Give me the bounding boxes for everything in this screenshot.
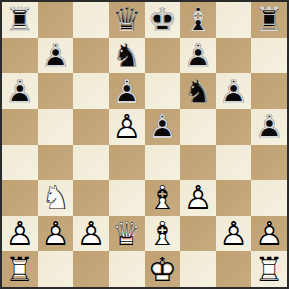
square-d2[interactable]: ♛♕ xyxy=(109,216,145,252)
square-h5[interactable]: ♟♙ xyxy=(251,109,287,145)
square-a4[interactable] xyxy=(2,145,38,181)
piece-outline-layer: ♗ xyxy=(145,216,181,252)
piece-black-king[interactable]: ♚♔ xyxy=(145,2,181,38)
piece-white-rook[interactable]: ♜♖ xyxy=(2,251,38,287)
piece-outline-layer: ♘ xyxy=(38,180,74,216)
piece-outline-layer: ♕ xyxy=(109,216,145,252)
piece-outline-layer: ♖ xyxy=(251,251,287,287)
piece-outline-layer: ♙ xyxy=(109,73,145,109)
square-f4[interactable] xyxy=(180,145,216,181)
piece-outline-layer: ♙ xyxy=(251,109,287,145)
piece-black-pawn[interactable]: ♟♙ xyxy=(109,73,145,109)
square-e2[interactable]: ♝♗ xyxy=(145,216,181,252)
piece-black-knight[interactable]: ♞♘ xyxy=(180,73,216,109)
square-g3[interactable] xyxy=(216,180,252,216)
square-g7[interactable] xyxy=(216,38,252,74)
piece-outline-layer: ♙ xyxy=(251,216,287,252)
square-e3[interactable]: ♝♗ xyxy=(145,180,181,216)
square-a2[interactable]: ♟♙ xyxy=(2,216,38,252)
square-a3[interactable] xyxy=(2,180,38,216)
square-e8[interactable]: ♚♔ xyxy=(145,2,181,38)
square-b6[interactable] xyxy=(38,73,74,109)
square-a7[interactable] xyxy=(2,38,38,74)
square-b4[interactable] xyxy=(38,145,74,181)
piece-outline-layer: ♗ xyxy=(145,180,181,216)
piece-white-rook[interactable]: ♜♖ xyxy=(251,251,287,287)
piece-outline-layer: ♙ xyxy=(2,216,38,252)
square-c1[interactable] xyxy=(73,251,109,287)
square-c2[interactable]: ♟♙ xyxy=(73,216,109,252)
piece-white-pawn[interactable]: ♟♙ xyxy=(2,216,38,252)
piece-outline-layer: ♔ xyxy=(145,2,181,38)
piece-black-pawn[interactable]: ♟♙ xyxy=(2,73,38,109)
square-c7[interactable] xyxy=(73,38,109,74)
square-d4[interactable] xyxy=(109,145,145,181)
piece-black-pawn[interactable]: ♟♙ xyxy=(251,109,287,145)
square-h4[interactable] xyxy=(251,145,287,181)
piece-outline-layer: ♘ xyxy=(180,73,216,109)
piece-outline-layer: ♙ xyxy=(2,73,38,109)
square-f5[interactable] xyxy=(180,109,216,145)
square-c4[interactable] xyxy=(73,145,109,181)
piece-white-pawn[interactable]: ♟♙ xyxy=(73,216,109,252)
piece-outline-layer: ♙ xyxy=(180,38,216,74)
piece-black-pawn[interactable]: ♟♙ xyxy=(180,38,216,74)
square-g4[interactable] xyxy=(216,145,252,181)
square-a6[interactable]: ♟♙ xyxy=(2,73,38,109)
square-e6[interactable] xyxy=(145,73,181,109)
square-a8[interactable]: ♜♖ xyxy=(2,2,38,38)
square-c8[interactable] xyxy=(73,2,109,38)
piece-outline-layer: ♙ xyxy=(145,109,181,145)
square-b1[interactable] xyxy=(38,251,74,287)
piece-black-pawn[interactable]: ♟♙ xyxy=(145,109,181,145)
square-f3[interactable]: ♟♙ xyxy=(180,180,216,216)
chess-board: ♜♖♛♕♚♔♝♗♜♖♟♙♞♘♟♙♟♙♟♙♞♘♟♙♟♙♟♙♟♙♞♘♝♗♟♙♟♙♟♙… xyxy=(0,0,289,289)
piece-white-pawn[interactable]: ♟♙ xyxy=(251,216,287,252)
piece-black-pawn[interactable]: ♟♙ xyxy=(38,38,74,74)
square-h2[interactable]: ♟♙ xyxy=(251,216,287,252)
piece-white-king[interactable]: ♚♔ xyxy=(145,251,181,287)
square-e5[interactable]: ♟♙ xyxy=(145,109,181,145)
square-e1[interactable]: ♚♔ xyxy=(145,251,181,287)
piece-outline-layer: ♙ xyxy=(38,216,74,252)
square-b3[interactable]: ♞♘ xyxy=(38,180,74,216)
square-h6[interactable] xyxy=(251,73,287,109)
piece-outline-layer: ♖ xyxy=(2,251,38,287)
square-d1[interactable] xyxy=(109,251,145,287)
square-c3[interactable] xyxy=(73,180,109,216)
piece-outline-layer: ♔ xyxy=(145,251,181,287)
piece-outline-layer: ♖ xyxy=(2,2,38,38)
square-d3[interactable] xyxy=(109,180,145,216)
piece-black-bishop[interactable]: ♝♗ xyxy=(180,2,216,38)
piece-outline-layer: ♖ xyxy=(251,2,287,38)
square-b5[interactable] xyxy=(38,109,74,145)
square-g1[interactable] xyxy=(216,251,252,287)
square-f8[interactable]: ♝♗ xyxy=(180,2,216,38)
piece-white-knight[interactable]: ♞♘ xyxy=(38,180,74,216)
piece-black-queen[interactable]: ♛♕ xyxy=(109,2,145,38)
piece-black-knight[interactable]: ♞♘ xyxy=(109,38,145,74)
piece-white-queen[interactable]: ♛♕ xyxy=(109,216,145,252)
square-a5[interactable] xyxy=(2,109,38,145)
piece-outline-layer: ♙ xyxy=(73,216,109,252)
piece-outline-layer: ♙ xyxy=(180,180,216,216)
square-f2[interactable] xyxy=(180,216,216,252)
square-a1[interactable]: ♜♖ xyxy=(2,251,38,287)
square-f1[interactable] xyxy=(180,251,216,287)
piece-white-bishop[interactable]: ♝♗ xyxy=(145,180,181,216)
square-h8[interactable]: ♜♖ xyxy=(251,2,287,38)
piece-outline-layer: ♗ xyxy=(180,2,216,38)
square-d7[interactable]: ♞♘ xyxy=(109,38,145,74)
piece-white-pawn[interactable]: ♟♙ xyxy=(38,216,74,252)
square-g5[interactable] xyxy=(216,109,252,145)
piece-black-rook[interactable]: ♜♖ xyxy=(2,2,38,38)
square-b8[interactable] xyxy=(38,2,74,38)
piece-white-pawn[interactable]: ♟♙ xyxy=(109,109,145,145)
piece-outline-layer: ♙ xyxy=(109,109,145,145)
square-h3[interactable] xyxy=(251,180,287,216)
piece-outline-layer: ♙ xyxy=(38,38,74,74)
square-d5[interactable]: ♟♙ xyxy=(109,109,145,145)
piece-white-pawn[interactable]: ♟♙ xyxy=(180,180,216,216)
piece-white-pawn[interactable]: ♟♙ xyxy=(216,216,252,252)
square-d8[interactable]: ♛♕ xyxy=(109,2,145,38)
piece-white-bishop[interactable]: ♝♗ xyxy=(145,216,181,252)
square-f7[interactable]: ♟♙ xyxy=(180,38,216,74)
piece-black-pawn[interactable]: ♟♙ xyxy=(216,73,252,109)
square-d6[interactable]: ♟♙ xyxy=(109,73,145,109)
square-c5[interactable] xyxy=(73,109,109,145)
square-h1[interactable]: ♜♖ xyxy=(251,251,287,287)
square-e4[interactable] xyxy=(145,145,181,181)
square-h7[interactable] xyxy=(251,38,287,74)
square-g6[interactable]: ♟♙ xyxy=(216,73,252,109)
piece-outline-layer: ♙ xyxy=(216,73,252,109)
square-e7[interactable] xyxy=(145,38,181,74)
square-g2[interactable]: ♟♙ xyxy=(216,216,252,252)
square-g8[interactable] xyxy=(216,2,252,38)
piece-outline-layer: ♙ xyxy=(216,216,252,252)
square-b7[interactable]: ♟♙ xyxy=(38,38,74,74)
piece-outline-layer: ♘ xyxy=(109,38,145,74)
square-f6[interactable]: ♞♘ xyxy=(180,73,216,109)
square-c6[interactable] xyxy=(73,73,109,109)
square-b2[interactable]: ♟♙ xyxy=(38,216,74,252)
piece-black-rook[interactable]: ♜♖ xyxy=(251,2,287,38)
piece-outline-layer: ♕ xyxy=(109,2,145,38)
